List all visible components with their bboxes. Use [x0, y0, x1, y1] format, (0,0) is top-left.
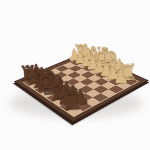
chess-set-photo: ♜♞♝♛♚♝♞♜♟♟♟♟♟♟♟♟♟♟♟♟♟♟♟♟♜♞♝♛♚♝♞♜: [0, 0, 150, 150]
dark-rook[interactable]: ♜: [53, 80, 90, 113]
light-pawn[interactable]: ♟: [104, 58, 137, 88]
